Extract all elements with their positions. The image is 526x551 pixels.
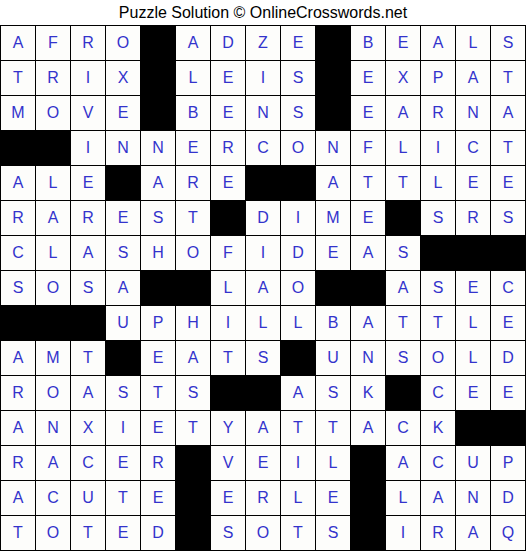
letter-cell: K: [351, 376, 385, 410]
letter-cell: A: [456, 516, 490, 550]
letter-cell: N: [316, 131, 350, 165]
letter-cell: A: [316, 166, 350, 200]
letter-cell: D: [491, 481, 525, 515]
letter-cell: A: [491, 96, 525, 130]
letter-cell: A: [106, 271, 140, 305]
letter-cell: N: [351, 341, 385, 375]
letter-cell: A: [351, 306, 385, 340]
letter-cell: E: [106, 96, 140, 130]
letter-cell: E: [316, 481, 350, 515]
black-cell: [141, 271, 175, 305]
letter-cell: A: [141, 166, 175, 200]
letter-cell: X: [386, 61, 420, 95]
letter-cell: F: [211, 236, 245, 270]
black-cell: [351, 516, 385, 550]
letter-cell: R: [211, 131, 245, 165]
letter-cell: A: [1, 341, 35, 375]
letter-cell: T: [1, 516, 35, 550]
letter-cell: D: [491, 341, 525, 375]
letter-cell: R: [421, 96, 455, 130]
letter-cell: Z: [246, 26, 280, 60]
letter-cell: A: [71, 376, 105, 410]
letter-cell: S: [246, 341, 280, 375]
letter-cell: E: [246, 446, 280, 480]
letter-cell: L: [36, 236, 70, 270]
black-cell: [141, 61, 175, 95]
letter-cell: T: [1, 61, 35, 95]
letter-cell: S: [491, 26, 525, 60]
letter-cell: O: [36, 376, 70, 410]
letter-cell: M: [1, 96, 35, 130]
letter-cell: P: [421, 61, 455, 95]
letter-cell: S: [281, 96, 315, 130]
letter-cell: I: [71, 131, 105, 165]
letter-cell: R: [141, 446, 175, 480]
letter-cell: N: [141, 131, 175, 165]
letter-cell: A: [246, 411, 280, 445]
letter-cell: T: [281, 516, 315, 550]
letter-cell: I: [106, 411, 140, 445]
black-cell: [421, 236, 455, 270]
letter-cell: R: [71, 201, 105, 235]
letter-cell: O: [176, 236, 210, 270]
letter-cell: L: [176, 61, 210, 95]
letter-cell: E: [456, 271, 490, 305]
letter-cell: L: [456, 306, 490, 340]
letter-cell: E: [316, 236, 350, 270]
letter-cell: L: [316, 446, 350, 480]
letter-cell: C: [421, 446, 455, 480]
black-cell: [176, 481, 210, 515]
letter-cell: V: [71, 96, 105, 130]
letter-cell: R: [36, 61, 70, 95]
letter-cell: S: [386, 341, 420, 375]
letter-cell: A: [1, 481, 35, 515]
letter-cell: E: [141, 411, 175, 445]
letter-cell: T: [351, 166, 385, 200]
letter-cell: N: [246, 96, 280, 130]
letter-cell: A: [246, 271, 280, 305]
letter-cell: L: [386, 131, 420, 165]
letter-cell: X: [106, 61, 140, 95]
letter-cell: C: [421, 376, 455, 410]
letter-cell: X: [71, 411, 105, 445]
letter-cell: O: [36, 516, 70, 550]
letter-cell: B: [316, 306, 350, 340]
letter-cell: I: [386, 516, 420, 550]
letter-cell: S: [316, 376, 350, 410]
letter-cell: P: [141, 306, 175, 340]
letter-cell: A: [176, 26, 210, 60]
letter-cell: A: [36, 446, 70, 480]
black-cell: [456, 236, 490, 270]
letter-cell: T: [491, 61, 525, 95]
letter-cell: S: [421, 271, 455, 305]
letter-cell: Y: [211, 411, 245, 445]
letter-cell: C: [386, 411, 420, 445]
letter-cell: A: [421, 481, 455, 515]
letter-cell: C: [456, 131, 490, 165]
black-cell: [106, 166, 140, 200]
letter-cell: A: [36, 201, 70, 235]
letter-cell: R: [1, 201, 35, 235]
letter-cell: N: [106, 131, 140, 165]
letter-cell: N: [456, 481, 490, 515]
letter-cell: A: [351, 236, 385, 270]
letter-cell: S: [316, 516, 350, 550]
letter-cell: E: [141, 341, 175, 375]
letter-cell: F: [36, 26, 70, 60]
letter-cell: H: [176, 306, 210, 340]
letter-cell: P: [491, 446, 525, 480]
letter-cell: A: [176, 341, 210, 375]
letter-cell: T: [491, 131, 525, 165]
letter-cell: D: [281, 236, 315, 270]
letter-cell: A: [421, 26, 455, 60]
letter-cell: O: [106, 26, 140, 60]
letter-cell: Q: [491, 516, 525, 550]
letter-cell: S: [71, 271, 105, 305]
letter-cell: T: [281, 411, 315, 445]
black-cell: [141, 96, 175, 130]
letter-cell: I: [211, 306, 245, 340]
letter-cell: T: [106, 481, 140, 515]
black-cell: [36, 131, 70, 165]
black-cell: [386, 201, 420, 235]
black-cell: [316, 96, 350, 130]
letter-cell: A: [386, 271, 420, 305]
black-cell: [176, 446, 210, 480]
letter-cell: T: [421, 306, 455, 340]
black-cell: [246, 376, 280, 410]
black-cell: [141, 26, 175, 60]
letter-cell: E: [491, 166, 525, 200]
page-title: Puzzle Solution © OnlineCrosswords.net: [0, 0, 526, 25]
letter-cell: S: [491, 201, 525, 235]
letter-cell: S: [421, 201, 455, 235]
letter-cell: A: [1, 166, 35, 200]
letter-cell: U: [316, 341, 350, 375]
letter-cell: I: [281, 201, 315, 235]
black-cell: [316, 61, 350, 95]
black-cell: [281, 166, 315, 200]
black-cell: [491, 236, 525, 270]
black-cell: [351, 446, 385, 480]
letter-cell: D: [211, 26, 245, 60]
letter-cell: U: [106, 306, 140, 340]
letter-cell: R: [1, 446, 35, 480]
letter-cell: E: [71, 166, 105, 200]
letter-cell: A: [281, 376, 315, 410]
letter-cell: E: [106, 446, 140, 480]
black-cell: [176, 271, 210, 305]
letter-cell: R: [71, 26, 105, 60]
letter-cell: L: [281, 481, 315, 515]
letter-cell: A: [351, 411, 385, 445]
letter-cell: R: [176, 166, 210, 200]
letter-cell: A: [456, 61, 490, 95]
letter-cell: E: [456, 376, 490, 410]
letter-cell: I: [421, 131, 455, 165]
letter-cell: S: [106, 376, 140, 410]
letter-cell: A: [386, 96, 420, 130]
black-cell: [281, 341, 315, 375]
letter-cell: E: [351, 201, 385, 235]
letter-cell: V: [211, 446, 245, 480]
letter-cell: F: [351, 131, 385, 165]
letter-cell: E: [351, 96, 385, 130]
letter-cell: E: [491, 306, 525, 340]
letter-cell: N: [456, 96, 490, 130]
letter-cell: O: [36, 96, 70, 130]
letter-cell: T: [176, 201, 210, 235]
letter-cell: L: [36, 166, 70, 200]
letter-cell: U: [71, 481, 105, 515]
letter-cell: A: [1, 411, 35, 445]
letter-cell: O: [421, 341, 455, 375]
letter-cell: L: [456, 26, 490, 60]
letter-cell: K: [421, 411, 455, 445]
black-cell: [106, 341, 140, 375]
letter-cell: E: [281, 26, 315, 60]
letter-cell: I: [246, 61, 280, 95]
black-cell: [211, 376, 245, 410]
letter-cell: S: [211, 516, 245, 550]
letter-cell: T: [211, 341, 245, 375]
letter-cell: E: [211, 166, 245, 200]
letter-cell: M: [316, 201, 350, 235]
letter-cell: L: [456, 341, 490, 375]
crossword-grid: AFROADZEBEALSTRIXLEISEXPATMOVEBENSEARNAI…: [0, 25, 526, 551]
letter-cell: S: [141, 201, 175, 235]
black-cell: [246, 166, 280, 200]
letter-cell: R: [246, 481, 280, 515]
letter-cell: T: [71, 341, 105, 375]
letter-cell: S: [106, 236, 140, 270]
letter-cell: E: [491, 376, 525, 410]
letter-cell: O: [246, 516, 280, 550]
letter-cell: N: [36, 411, 70, 445]
letter-cell: T: [386, 166, 420, 200]
letter-cell: I: [71, 61, 105, 95]
puzzle-page: Puzzle Solution © OnlineCrosswords.net A…: [0, 0, 526, 551]
letter-cell: L: [281, 306, 315, 340]
letter-cell: E: [211, 481, 245, 515]
black-cell: [351, 481, 385, 515]
letter-cell: O: [281, 131, 315, 165]
letter-cell: A: [1, 26, 35, 60]
black-cell: [211, 201, 245, 235]
black-cell: [316, 26, 350, 60]
black-cell: [351, 271, 385, 305]
letter-cell: E: [106, 516, 140, 550]
letter-cell: E: [211, 61, 245, 95]
letter-cell: A: [386, 446, 420, 480]
letter-cell: T: [176, 411, 210, 445]
letter-cell: O: [281, 271, 315, 305]
letter-cell: C: [1, 236, 35, 270]
letter-cell: I: [281, 446, 315, 480]
letter-cell: A: [71, 236, 105, 270]
letter-cell: S: [386, 236, 420, 270]
black-cell: [71, 306, 105, 340]
black-cell: [386, 376, 420, 410]
letter-cell: L: [421, 166, 455, 200]
letter-cell: I: [246, 236, 280, 270]
letter-cell: R: [456, 201, 490, 235]
letter-cell: U: [456, 446, 490, 480]
letter-cell: R: [1, 376, 35, 410]
letter-cell: T: [141, 376, 175, 410]
letter-cell: S: [176, 376, 210, 410]
letter-cell: L: [211, 271, 245, 305]
letter-cell: E: [456, 166, 490, 200]
letter-cell: E: [106, 201, 140, 235]
letter-cell: C: [71, 446, 105, 480]
letter-cell: C: [246, 131, 280, 165]
letter-cell: D: [246, 201, 280, 235]
black-cell: [456, 411, 490, 445]
letter-cell: T: [71, 516, 105, 550]
letter-cell: O: [36, 271, 70, 305]
black-cell: [491, 411, 525, 445]
letter-cell: R: [421, 516, 455, 550]
black-cell: [316, 271, 350, 305]
letter-cell: C: [491, 271, 525, 305]
letter-cell: E: [386, 26, 420, 60]
black-cell: [1, 306, 35, 340]
letter-cell: S: [281, 61, 315, 95]
letter-cell: B: [176, 96, 210, 130]
black-cell: [1, 131, 35, 165]
letter-cell: T: [316, 411, 350, 445]
letter-cell: M: [36, 341, 70, 375]
letter-cell: E: [211, 96, 245, 130]
black-cell: [36, 306, 70, 340]
letter-cell: T: [386, 306, 420, 340]
letter-cell: E: [141, 481, 175, 515]
letter-cell: S: [1, 271, 35, 305]
letter-cell: C: [36, 481, 70, 515]
letter-cell: E: [176, 131, 210, 165]
letter-cell: B: [351, 26, 385, 60]
letter-cell: L: [246, 306, 280, 340]
letter-cell: L: [386, 481, 420, 515]
letter-cell: E: [351, 61, 385, 95]
black-cell: [176, 516, 210, 550]
letter-cell: D: [141, 516, 175, 550]
letter-cell: H: [141, 236, 175, 270]
